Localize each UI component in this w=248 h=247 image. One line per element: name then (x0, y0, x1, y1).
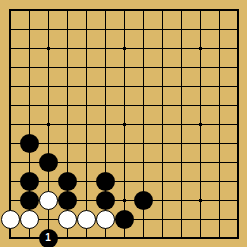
black-stone (58, 191, 77, 210)
intersection[interactable] (172, 210, 191, 229)
intersection[interactable] (96, 191, 115, 210)
intersection[interactable] (1, 1, 20, 20)
black-stone (96, 191, 115, 210)
intersection[interactable] (115, 96, 134, 115)
intersection[interactable] (210, 58, 229, 77)
intersection[interactable] (115, 39, 134, 58)
white-stone (1, 210, 20, 229)
intersection[interactable] (210, 191, 229, 210)
intersection[interactable] (1, 134, 20, 153)
intersection[interactable] (229, 58, 248, 77)
intersection[interactable] (96, 58, 115, 77)
intersection[interactable] (77, 115, 96, 134)
white-stone (58, 210, 77, 229)
black-stone (96, 172, 115, 191)
intersection[interactable] (134, 134, 153, 153)
intersection[interactable] (77, 96, 96, 115)
intersection[interactable] (153, 153, 172, 172)
intersection[interactable] (96, 77, 115, 96)
intersection[interactable] (172, 58, 191, 77)
intersection[interactable] (229, 153, 248, 172)
intersection[interactable] (134, 96, 153, 115)
intersection[interactable] (134, 191, 153, 210)
intersection[interactable] (58, 20, 77, 39)
intersection[interactable] (229, 20, 248, 39)
intersection[interactable] (172, 77, 191, 96)
intersection[interactable] (229, 191, 248, 210)
intersection[interactable]: 1 (39, 229, 58, 247)
intersection[interactable] (229, 210, 248, 229)
intersection[interactable] (229, 77, 248, 96)
intersection[interactable] (153, 1, 172, 20)
intersection[interactable] (96, 229, 115, 247)
intersection[interactable] (77, 1, 96, 20)
intersection[interactable] (96, 20, 115, 39)
intersection[interactable] (58, 229, 77, 247)
intersection[interactable] (96, 1, 115, 20)
intersection[interactable] (210, 153, 229, 172)
intersection[interactable] (20, 1, 39, 20)
intersection[interactable] (77, 153, 96, 172)
intersection[interactable] (229, 134, 248, 153)
intersection[interactable] (20, 191, 39, 210)
intersection[interactable] (210, 134, 229, 153)
intersection[interactable] (1, 191, 20, 210)
intersection[interactable] (115, 134, 134, 153)
white-stone (39, 191, 58, 210)
intersection[interactable] (172, 39, 191, 58)
intersection[interactable] (77, 191, 96, 210)
intersection[interactable] (1, 20, 20, 39)
intersection[interactable] (172, 153, 191, 172)
intersection[interactable] (96, 39, 115, 58)
intersection[interactable] (96, 96, 115, 115)
intersection[interactable] (172, 20, 191, 39)
intersection[interactable] (77, 210, 96, 229)
intersection[interactable] (77, 229, 96, 247)
intersection[interactable] (134, 115, 153, 134)
intersection[interactable] (153, 191, 172, 210)
intersection[interactable] (229, 229, 248, 247)
black-stone (134, 191, 153, 210)
intersection[interactable] (96, 115, 115, 134)
intersection[interactable] (39, 77, 58, 96)
intersection[interactable] (77, 77, 96, 96)
intersection[interactable] (20, 134, 39, 153)
intersection[interactable] (210, 115, 229, 134)
intersection[interactable] (134, 58, 153, 77)
intersection[interactable] (39, 96, 58, 115)
intersection[interactable] (153, 172, 172, 191)
intersection[interactable] (115, 191, 134, 210)
intersection[interactable] (191, 1, 210, 20)
intersection[interactable] (77, 39, 96, 58)
intersection[interactable] (172, 191, 191, 210)
intersection[interactable] (58, 1, 77, 20)
intersection[interactable] (58, 172, 77, 191)
intersection[interactable] (39, 1, 58, 20)
intersection[interactable] (1, 58, 20, 77)
black-stone (115, 210, 134, 229)
intersection[interactable] (172, 115, 191, 134)
intersection[interactable] (115, 58, 134, 77)
intersection[interactable] (191, 229, 210, 247)
intersection[interactable] (20, 153, 39, 172)
intersection[interactable] (191, 153, 210, 172)
intersection[interactable] (191, 115, 210, 134)
intersection[interactable] (39, 134, 58, 153)
intersection[interactable] (20, 58, 39, 77)
intersection[interactable] (172, 1, 191, 20)
intersection[interactable] (39, 153, 58, 172)
intersection[interactable] (191, 58, 210, 77)
white-stone (96, 210, 115, 229)
intersection[interactable] (96, 172, 115, 191)
intersection[interactable] (210, 96, 229, 115)
intersection[interactable] (134, 229, 153, 247)
intersection[interactable] (172, 229, 191, 247)
intersection[interactable] (58, 58, 77, 77)
intersection[interactable] (58, 77, 77, 96)
intersection[interactable] (77, 58, 96, 77)
black-stone (20, 191, 39, 210)
intersection[interactable] (229, 96, 248, 115)
intersection[interactable] (20, 172, 39, 191)
intersection[interactable] (77, 172, 96, 191)
white-stone (20, 210, 39, 229)
black-stone-move-1: 1 (39, 229, 58, 247)
intersection[interactable] (229, 115, 248, 134)
intersection[interactable] (58, 96, 77, 115)
white-stone (77, 210, 96, 229)
intersection[interactable] (153, 96, 172, 115)
intersection[interactable] (115, 229, 134, 247)
intersection[interactable] (115, 77, 134, 96)
intersection[interactable] (58, 191, 77, 210)
intersection[interactable] (191, 210, 210, 229)
intersection[interactable] (96, 210, 115, 229)
intersection[interactable] (134, 172, 153, 191)
intersection[interactable] (134, 77, 153, 96)
intersection[interactable] (153, 77, 172, 96)
intersection[interactable] (229, 1, 248, 20)
intersection[interactable] (153, 134, 172, 153)
intersection[interactable] (191, 77, 210, 96)
intersection[interactable] (20, 96, 39, 115)
intersection[interactable] (153, 39, 172, 58)
intersection[interactable] (115, 210, 134, 229)
intersection[interactable] (191, 191, 210, 210)
intersection[interactable] (229, 39, 248, 58)
black-stone (58, 172, 77, 191)
intersection[interactable] (1, 210, 20, 229)
intersection[interactable] (20, 77, 39, 96)
intersection[interactable] (1, 172, 20, 191)
intersection[interactable] (1, 229, 20, 247)
intersection[interactable] (39, 210, 58, 229)
intersection[interactable] (153, 229, 172, 247)
intersection[interactable] (115, 115, 134, 134)
intersection[interactable] (191, 96, 210, 115)
intersection[interactable] (39, 191, 58, 210)
intersection[interactable] (153, 210, 172, 229)
intersection[interactable] (172, 134, 191, 153)
stones-grid: 1 (1, 1, 248, 247)
intersection[interactable] (134, 153, 153, 172)
black-stone (39, 153, 58, 172)
intersection[interactable] (39, 39, 58, 58)
intersection[interactable] (58, 210, 77, 229)
black-stone (20, 134, 39, 153)
intersection[interactable] (96, 134, 115, 153)
intersection[interactable] (96, 153, 115, 172)
intersection[interactable] (210, 210, 229, 229)
intersection[interactable] (20, 39, 39, 58)
intersection[interactable] (39, 58, 58, 77)
intersection[interactable] (134, 39, 153, 58)
intersection[interactable] (1, 115, 20, 134)
black-stone (20, 172, 39, 191)
intersection[interactable] (191, 134, 210, 153)
intersection[interactable] (153, 58, 172, 77)
intersection[interactable] (191, 172, 210, 191)
intersection[interactable] (172, 96, 191, 115)
intersection[interactable] (20, 229, 39, 247)
intersection[interactable] (191, 39, 210, 58)
intersection[interactable] (115, 153, 134, 172)
intersection[interactable] (210, 77, 229, 96)
intersection[interactable] (58, 115, 77, 134)
intersection[interactable] (1, 153, 20, 172)
intersection[interactable] (153, 115, 172, 134)
intersection[interactable] (134, 210, 153, 229)
intersection[interactable] (210, 39, 229, 58)
intersection[interactable] (172, 172, 191, 191)
intersection[interactable] (1, 39, 20, 58)
intersection[interactable] (1, 77, 20, 96)
go-board[interactable]: 1 (0, 0, 247, 247)
intersection[interactable] (191, 20, 210, 39)
intersection[interactable] (210, 172, 229, 191)
intersection[interactable] (77, 20, 96, 39)
intersection[interactable] (39, 20, 58, 39)
intersection[interactable] (229, 172, 248, 191)
intersection[interactable] (134, 20, 153, 39)
intersection[interactable] (115, 1, 134, 20)
intersection[interactable] (20, 20, 39, 39)
intersection[interactable] (39, 172, 58, 191)
intersection[interactable] (153, 20, 172, 39)
intersection[interactable] (115, 20, 134, 39)
intersection[interactable] (58, 153, 77, 172)
intersection[interactable] (115, 172, 134, 191)
intersection[interactable] (1, 96, 20, 115)
intersection[interactable] (58, 39, 77, 58)
intersection[interactable] (77, 134, 96, 153)
intersection[interactable] (134, 1, 153, 20)
intersection[interactable] (210, 1, 229, 20)
intersection[interactable] (20, 210, 39, 229)
intersection[interactable] (39, 115, 58, 134)
intersection[interactable] (210, 20, 229, 39)
intersection[interactable] (58, 134, 77, 153)
intersection[interactable] (210, 229, 229, 247)
intersection[interactable] (20, 115, 39, 134)
